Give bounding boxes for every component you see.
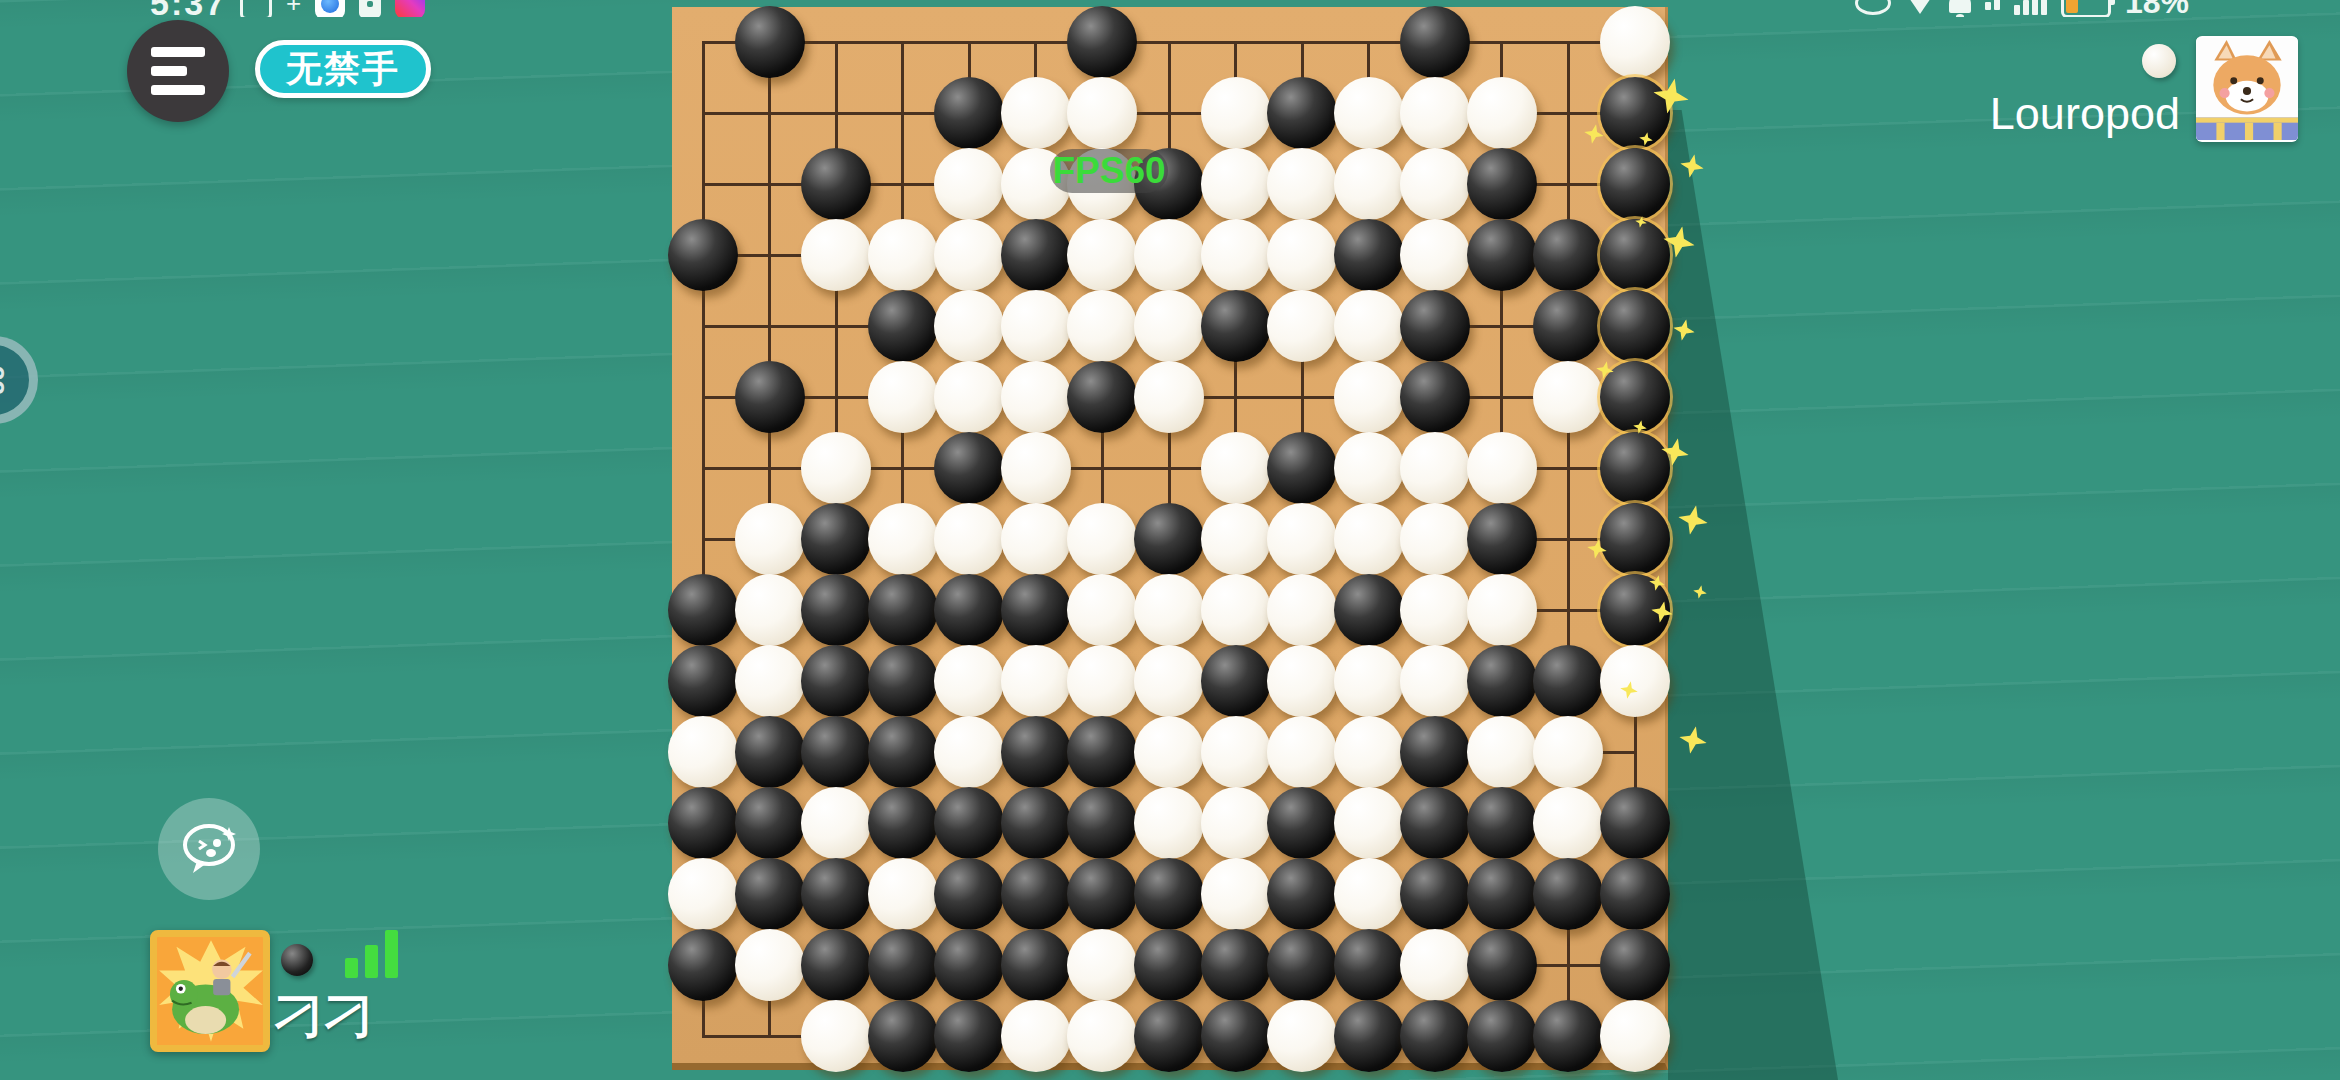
signal-bars-icon (2014, 0, 2047, 15)
stone-white (1201, 148, 1271, 220)
stone-black (1201, 645, 1271, 717)
stone-white (801, 432, 871, 504)
stone-black (1067, 858, 1137, 930)
rule-badge: 无禁手 (255, 40, 431, 98)
hamburger-icon (151, 47, 229, 57)
stone-black (1001, 929, 1071, 1001)
stone-black (1134, 1000, 1204, 1072)
board-drop-shadow (1668, 110, 1838, 1080)
gradient-app-icon (395, 0, 425, 17)
stone-black (1001, 787, 1071, 859)
stone-black (934, 1000, 1004, 1072)
player-name: 刁刁 (276, 986, 376, 1048)
stone-black (801, 574, 871, 646)
eye-icon (1855, 0, 1891, 15)
stone-black (1600, 858, 1670, 930)
stone-white (1400, 503, 1470, 575)
stone-black (1201, 290, 1271, 362)
stone-black (1134, 503, 1204, 575)
stone-white (934, 503, 1004, 575)
stone-white (1467, 574, 1537, 646)
stone-white (1600, 1000, 1670, 1072)
stone-black (1067, 361, 1137, 433)
stone-white (1334, 716, 1404, 788)
stone-white (1001, 503, 1071, 575)
stone-white (934, 645, 1004, 717)
stone-white (1533, 361, 1603, 433)
stone-white (1267, 645, 1337, 717)
hamburger-icon-middle-bar (151, 66, 187, 76)
stone-black (1533, 858, 1603, 930)
stone-black (668, 787, 738, 859)
stone-black (801, 716, 871, 788)
messenger-app-icon (315, 0, 345, 17)
stone-black (1533, 1000, 1603, 1072)
stone-black (1334, 1000, 1404, 1072)
stone-black (1533, 219, 1603, 291)
stone-black (1134, 858, 1204, 930)
stone-white (1267, 574, 1337, 646)
fps-overlay: FPS60 (1050, 149, 1168, 193)
stone-white (1067, 77, 1137, 149)
stone-white (934, 361, 1004, 433)
stone-black (1533, 290, 1603, 362)
stone-black (1467, 858, 1537, 930)
stone-white (1334, 77, 1404, 149)
stone-white (1201, 503, 1271, 575)
stone-white (934, 290, 1004, 362)
stone-black (868, 645, 938, 717)
stone-white (1201, 219, 1271, 291)
stone-black (1400, 1000, 1470, 1072)
stone-black (1267, 787, 1337, 859)
wifi-icon (1905, 0, 1935, 14)
stone-white (1067, 645, 1137, 717)
stone-black (1600, 219, 1670, 291)
stone-black (1001, 219, 1071, 291)
stone-black (1001, 574, 1071, 646)
player-stone-color-black (281, 944, 313, 976)
stone-black (1267, 929, 1337, 1001)
stone-black (1134, 929, 1204, 1001)
battery-icon (2061, 0, 2111, 17)
stone-black (668, 574, 738, 646)
stone-white (1334, 645, 1404, 717)
stone-black (801, 503, 871, 575)
stone-white (1201, 574, 1271, 646)
stone-black (934, 574, 1004, 646)
stone-white (1067, 290, 1137, 362)
stone-white (1201, 716, 1271, 788)
stone-white (1067, 503, 1137, 575)
player-avatar[interactable] (150, 930, 270, 1052)
stone-black (1467, 787, 1537, 859)
stone-black (1201, 1000, 1271, 1072)
stone-black (1067, 6, 1137, 78)
sim-icon (359, 0, 381, 17)
stone-black (1067, 716, 1137, 788)
stone-white (1001, 645, 1071, 717)
chat-emote-button[interactable] (158, 798, 260, 900)
stone-white (1067, 574, 1137, 646)
stone-black (1267, 432, 1337, 504)
stone-black (868, 290, 938, 362)
status-bar-right: 18% (1855, 0, 2335, 17)
floating-assistant-bubble[interactable]: 22 (0, 336, 38, 424)
dragon-rider-avatar-art (157, 937, 265, 1047)
stone-black (1267, 858, 1337, 930)
stone-white (1134, 290, 1204, 362)
stone-black (934, 858, 1004, 930)
gomoku-board[interactable] (672, 7, 1668, 1070)
stone-white (868, 361, 938, 433)
stone-black (1600, 503, 1670, 575)
stone-black (735, 361, 805, 433)
stone-white (1001, 290, 1071, 362)
status-bar-left: 5:37 + (150, 0, 770, 17)
stone-black (1467, 503, 1537, 575)
stone-white (1134, 574, 1204, 646)
shiba-dog-avatar-art (2196, 36, 2298, 142)
stone-white (1400, 77, 1470, 149)
stone-white (1334, 432, 1404, 504)
stone-white (1334, 503, 1404, 575)
stone-white (1134, 645, 1204, 717)
stone-black (1467, 219, 1537, 291)
stone-black (1334, 574, 1404, 646)
stone-black (1267, 77, 1337, 149)
stone-black (1600, 148, 1670, 220)
stone-black (801, 645, 871, 717)
grid-line-horizontal (702, 41, 1637, 44)
stone-white (1267, 1000, 1337, 1072)
stone-white (735, 574, 805, 646)
stone-black (1400, 6, 1470, 78)
stone-black (1600, 77, 1670, 149)
stone-white (1467, 77, 1537, 149)
stone-white (868, 219, 938, 291)
stone-black (1001, 858, 1071, 930)
stone-black (934, 787, 1004, 859)
stone-black (934, 77, 1004, 149)
stone-black (868, 716, 938, 788)
stone-black (668, 929, 738, 1001)
stone-white (1334, 290, 1404, 362)
mobile-data-icon (1985, 0, 2000, 10)
stone-white (1400, 148, 1470, 220)
stone-white (868, 503, 938, 575)
stone-black (1600, 787, 1670, 859)
stone-white (668, 858, 738, 930)
stone-black (1467, 148, 1537, 220)
stone-white (1201, 77, 1271, 149)
stone-black (1334, 929, 1404, 1001)
stone-white (1400, 574, 1470, 646)
stone-black (1400, 787, 1470, 859)
stone-black (1334, 219, 1404, 291)
menu-button[interactable] (127, 20, 229, 122)
hamburger-icon-bottom-bar (151, 85, 205, 95)
stone-white (1134, 219, 1204, 291)
rule-badge-label: 无禁手 (286, 45, 400, 94)
stone-white (735, 503, 805, 575)
stone-black (1467, 1000, 1537, 1072)
stone-white (1067, 219, 1137, 291)
stone-black (934, 432, 1004, 504)
stone-white (1334, 858, 1404, 930)
stone-black (1400, 361, 1470, 433)
stone-white (1134, 787, 1204, 859)
stone-white (1533, 787, 1603, 859)
stone-white (801, 219, 871, 291)
stone-black (735, 787, 805, 859)
stone-white (1400, 219, 1470, 291)
stone-black (868, 929, 938, 1001)
stone-white (1467, 432, 1537, 504)
stone-white (934, 716, 1004, 788)
clock: 5:37 (150, 0, 226, 17)
gomoku-app-screen: { "game": "gomoku (five-in-a-row), frees… (0, 0, 2340, 1080)
stone-white (934, 219, 1004, 291)
stone-white (735, 645, 805, 717)
stone-white (1600, 6, 1670, 78)
stone-black (668, 645, 738, 717)
stone-white (1400, 929, 1470, 1001)
stone-black (1467, 929, 1537, 1001)
stone-white (1467, 716, 1537, 788)
stone-black (1001, 716, 1071, 788)
opponent-name: Louropod (1860, 88, 2180, 140)
stone-black (868, 574, 938, 646)
stone-white (801, 1000, 871, 1072)
stone-white (1600, 645, 1670, 717)
stone-white (1533, 716, 1603, 788)
stone-white (1334, 787, 1404, 859)
stone-black (1600, 290, 1670, 362)
fps-label: FPS60 (1052, 150, 1165, 192)
stone-white (1067, 1000, 1137, 1072)
stone-white (1201, 432, 1271, 504)
stone-white (1267, 716, 1337, 788)
chat-bubble-icon (177, 817, 241, 881)
opponent-stone-color-white (2142, 44, 2176, 78)
stone-white (934, 148, 1004, 220)
stone-white (735, 929, 805, 1001)
stone-white (1267, 219, 1337, 291)
stone-white (1201, 858, 1271, 930)
stone-white (1267, 148, 1337, 220)
stone-black (1600, 929, 1670, 1001)
stone-black (1600, 432, 1670, 504)
stone-black (1201, 929, 1271, 1001)
stone-white (1134, 361, 1204, 433)
stone-black (934, 929, 1004, 1001)
stone-white (1001, 361, 1071, 433)
stone-black (868, 1000, 938, 1072)
stone-black (1400, 716, 1470, 788)
stone-white (801, 787, 871, 859)
stone-white (1400, 432, 1470, 504)
stone-black (735, 858, 805, 930)
stone-white (1334, 361, 1404, 433)
stone-white (1134, 716, 1204, 788)
battery-percent: 18% (2125, 0, 2189, 17)
stone-white (1001, 77, 1071, 149)
stone-black (801, 929, 871, 1001)
stone-black (1067, 787, 1137, 859)
stone-white (668, 716, 738, 788)
stone-black (668, 219, 738, 291)
stone-black (735, 716, 805, 788)
board-grid (703, 42, 1635, 1036)
stone-black (801, 148, 871, 220)
stone-white (1001, 432, 1071, 504)
connection-signal-bars (345, 928, 405, 978)
stone-white (1067, 929, 1137, 1001)
stone-black (801, 858, 871, 930)
screenshot-icon (240, 0, 272, 17)
floating-bubble-label: 22 (0, 366, 9, 395)
opponent-avatar[interactable] (2196, 36, 2298, 142)
plus-icon: + (286, 0, 301, 17)
stone-black (1467, 645, 1537, 717)
stone-black (1400, 858, 1470, 930)
stone-white (1334, 148, 1404, 220)
stone-white (1201, 787, 1271, 859)
stone-black (1400, 290, 1470, 362)
stone-white (868, 858, 938, 930)
stone-white (1001, 1000, 1071, 1072)
stone-black (1533, 645, 1603, 717)
stone-white (1267, 290, 1337, 362)
stone-black (868, 787, 938, 859)
alarm-bell-icon (1949, 0, 1971, 13)
stone-white (1267, 503, 1337, 575)
stone-white (1400, 645, 1470, 717)
